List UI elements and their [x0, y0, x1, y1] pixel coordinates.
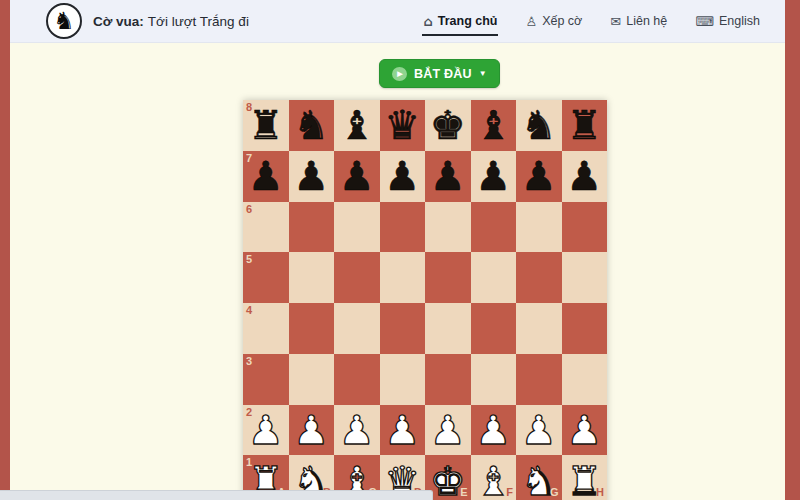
square-e3[interactable]: [425, 354, 471, 405]
square-h1[interactable]: H♜: [562, 455, 608, 500]
piece-black-pawn[interactable]: ♟: [566, 156, 602, 196]
nav-item-label: Liên hệ: [626, 14, 667, 28]
square-b2[interactable]: ♟: [289, 405, 335, 456]
square-c6[interactable]: [334, 202, 380, 253]
square-g8[interactable]: ♞: [516, 100, 562, 151]
piece-white-pawn[interactable]: ♟: [248, 410, 284, 450]
piece-black-pawn[interactable]: ♟: [248, 156, 284, 196]
square-g4[interactable]: [516, 303, 562, 354]
square-f8[interactable]: ♝: [471, 100, 517, 151]
nav-item-label: Trang chủ: [438, 14, 498, 28]
home-icon: ⌂: [423, 15, 432, 28]
square-a5[interactable]: 5: [243, 252, 289, 303]
square-d6[interactable]: [380, 202, 426, 253]
start-button-label: BẮT ĐẦU: [414, 67, 472, 81]
square-f5[interactable]: [471, 252, 517, 303]
square-a2[interactable]: 2♟: [243, 405, 289, 456]
square-a8[interactable]: 8♜: [243, 100, 289, 151]
square-c2[interactable]: ♟: [334, 405, 380, 456]
square-h7[interactable]: ♟: [562, 151, 608, 202]
square-f1[interactable]: F♝: [471, 455, 517, 500]
knight-logo-icon[interactable]: ♞: [46, 3, 82, 39]
rank-label-3: 3: [246, 356, 252, 367]
piece-black-queen[interactable]: ♛: [384, 105, 420, 145]
piece-white-pawn[interactable]: ♟: [521, 410, 557, 450]
caret-down-icon: ▼: [479, 70, 487, 78]
square-b6[interactable]: [289, 202, 335, 253]
square-f4[interactable]: [471, 303, 517, 354]
main-nav: ⌂Trang chủ♙Xếp cờ✉Liên hệ⌨English: [422, 6, 785, 36]
piece-white-rook[interactable]: ♜: [566, 461, 602, 500]
square-d5[interactable]: [380, 252, 426, 303]
square-g3[interactable]: [516, 354, 562, 405]
piece-black-king[interactable]: ♚: [430, 105, 466, 145]
piece-white-pawn[interactable]: ♟: [384, 410, 420, 450]
square-e5[interactable]: [425, 252, 471, 303]
square-f6[interactable]: [471, 202, 517, 253]
square-c5[interactable]: [334, 252, 380, 303]
pawn-setup-icon: ♙: [525, 15, 537, 28]
piece-black-bishop[interactable]: ♝: [339, 105, 375, 145]
square-g1[interactable]: G♞: [516, 455, 562, 500]
square-e2[interactable]: ♟: [425, 405, 471, 456]
page: { "game": "chess", "position": { "fen": …: [0, 0, 800, 500]
browser-status-bar: [0, 490, 433, 500]
square-g6[interactable]: [516, 202, 562, 253]
page-content: ♞ Cờ vua:Tới lượt Trắng đi ⌂Trang chủ♙Xế…: [10, 0, 785, 500]
piece-black-rook[interactable]: ♜: [566, 105, 602, 145]
square-e7[interactable]: ♟: [425, 151, 471, 202]
square-a4[interactable]: 4: [243, 303, 289, 354]
piece-black-pawn[interactable]: ♟: [521, 156, 557, 196]
square-a6[interactable]: 6: [243, 202, 289, 253]
square-c3[interactable]: [334, 354, 380, 405]
square-c7[interactable]: ♟: [334, 151, 380, 202]
nav-item-liên-hệ[interactable]: ✉Liên hệ: [609, 6, 668, 36]
square-b7[interactable]: ♟: [289, 151, 335, 202]
square-g2[interactable]: ♟: [516, 405, 562, 456]
square-e4[interactable]: [425, 303, 471, 354]
square-h5[interactable]: [562, 252, 608, 303]
square-h4[interactable]: [562, 303, 608, 354]
rank-label-6: 6: [246, 204, 252, 215]
nav-item-xếp-cờ[interactable]: ♙Xếp cờ: [524, 6, 583, 36]
square-b3[interactable]: [289, 354, 335, 405]
page-title: Cờ vua:Tới lượt Trắng đi: [93, 14, 249, 29]
square-a3[interactable]: 3: [243, 354, 289, 405]
piece-black-pawn[interactable]: ♟: [384, 156, 420, 196]
square-c4[interactable]: [334, 303, 380, 354]
piece-black-knight[interactable]: ♞: [521, 105, 557, 145]
page-title-prefix: Cờ vua:: [93, 14, 144, 29]
square-d4[interactable]: [380, 303, 426, 354]
nav-item-trang-chủ[interactable]: ⌂Trang chủ: [422, 6, 498, 36]
square-h8[interactable]: ♜: [562, 100, 608, 151]
piece-black-knight[interactable]: ♞: [293, 105, 329, 145]
page-title-status: Tới lượt Trắng đi: [148, 14, 249, 29]
start-button[interactable]: ▶ BẮT ĐẦU ▼: [379, 59, 500, 88]
piece-black-pawn[interactable]: ♟: [293, 156, 329, 196]
chess-board: 8♜♞♝♛♚♝♞♜7♟♟♟♟♟♟♟♟65432♟♟♟♟♟♟♟♟1A♜B♞C♝D♛…: [243, 100, 607, 500]
square-h3[interactable]: [562, 354, 608, 405]
language-icon: ⌨: [695, 15, 714, 28]
piece-white-king[interactable]: ♚: [430, 461, 466, 500]
square-d3[interactable]: [380, 354, 426, 405]
piece-white-pawn[interactable]: ♟: [339, 410, 375, 450]
square-e6[interactable]: [425, 202, 471, 253]
piece-white-pawn[interactable]: ♟: [475, 410, 511, 450]
piece-white-pawn[interactable]: ♟: [293, 410, 329, 450]
piece-white-knight[interactable]: ♞: [521, 461, 557, 500]
square-h2[interactable]: ♟: [562, 405, 608, 456]
square-g7[interactable]: ♟: [516, 151, 562, 202]
square-d7[interactable]: ♟: [380, 151, 426, 202]
square-b5[interactable]: [289, 252, 335, 303]
rank-label-4: 4: [246, 305, 252, 316]
square-h6[interactable]: [562, 202, 608, 253]
square-b8[interactable]: ♞: [289, 100, 335, 151]
piece-white-pawn[interactable]: ♟: [566, 410, 602, 450]
square-e8[interactable]: ♚: [425, 100, 471, 151]
square-b4[interactable]: [289, 303, 335, 354]
square-f7[interactable]: ♟: [471, 151, 517, 202]
piece-black-pawn[interactable]: ♟: [475, 156, 511, 196]
square-f2[interactable]: ♟: [471, 405, 517, 456]
square-d2[interactable]: ♟: [380, 405, 426, 456]
piece-black-pawn[interactable]: ♟: [430, 156, 466, 196]
nav-item-label: English: [719, 14, 760, 28]
square-f3[interactable]: [471, 354, 517, 405]
piece-black-bishop[interactable]: ♝: [475, 105, 511, 145]
nav-item-label: Xếp cờ: [542, 14, 582, 28]
piece-white-pawn[interactable]: ♟: [430, 410, 466, 450]
square-c8[interactable]: ♝: [334, 100, 380, 151]
piece-black-rook[interactable]: ♜: [248, 105, 284, 145]
square-g5[interactable]: [516, 252, 562, 303]
top-header: ♞ Cờ vua:Tới lượt Trắng đi ⌂Trang chủ♙Xế…: [10, 0, 785, 43]
nav-item-english[interactable]: ⌨English: [694, 6, 761, 36]
play-icon: ▶: [392, 67, 407, 81]
square-d8[interactable]: ♛: [380, 100, 426, 151]
rank-label-5: 5: [246, 254, 252, 265]
piece-black-pawn[interactable]: ♟: [339, 156, 375, 196]
square-a7[interactable]: 7♟: [243, 151, 289, 202]
piece-white-bishop[interactable]: ♝: [475, 461, 511, 500]
envelope-icon: ✉: [610, 15, 621, 28]
